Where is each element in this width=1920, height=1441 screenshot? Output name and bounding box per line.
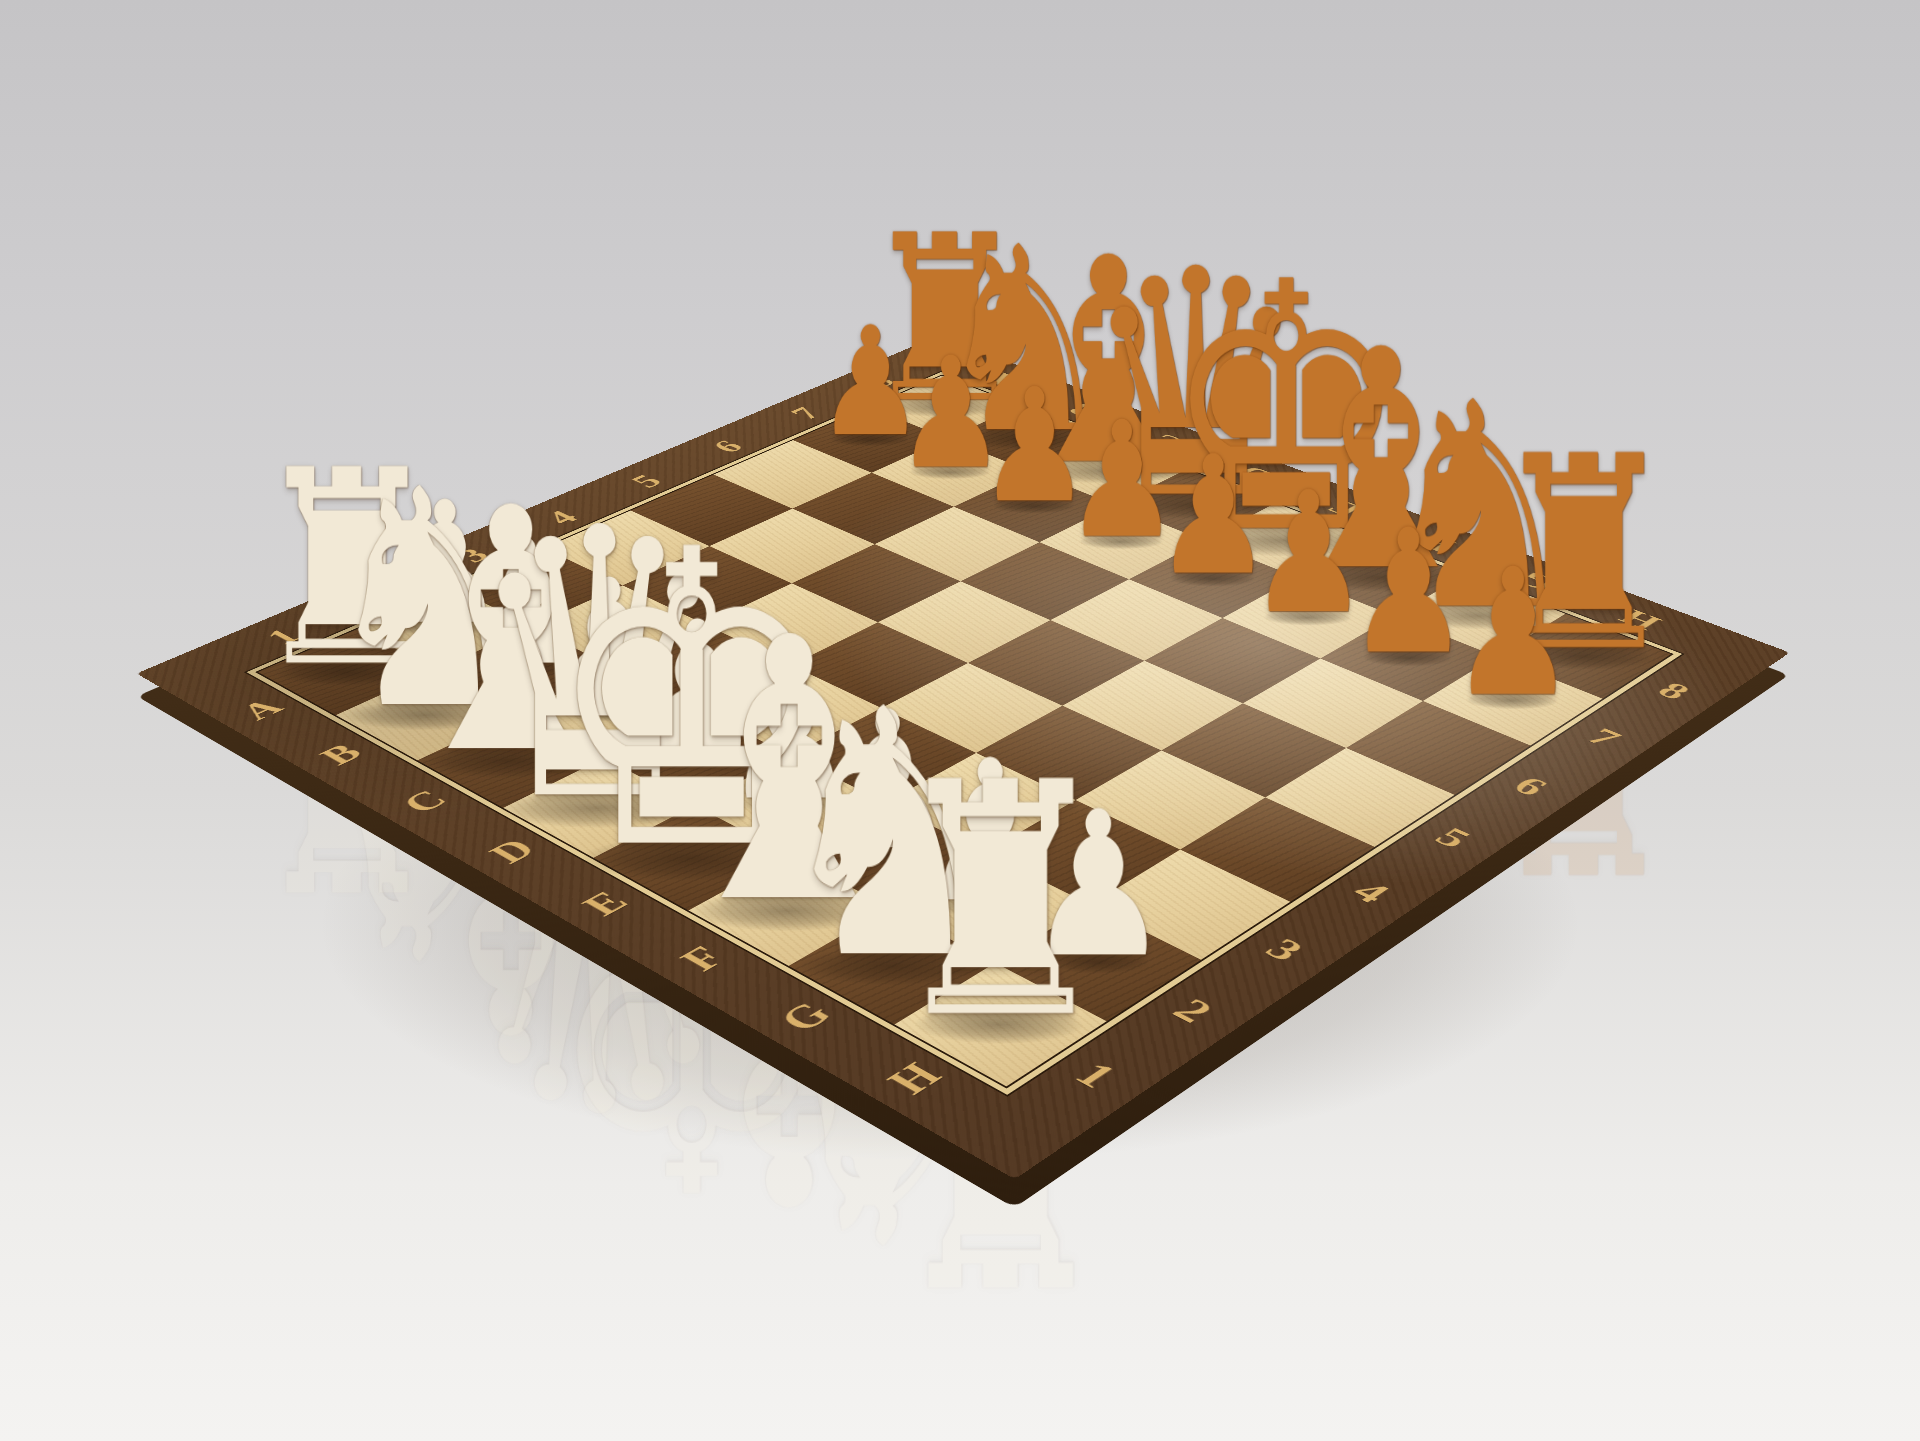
white-rook-icon: ♜: [885, 739, 1116, 1061]
scene: AA11BB22CC33DD44EE55FF66GG77HH88 ♜♜♞♞♝♝♛…: [0, 0, 1920, 1441]
amber-pawn-icon: ♟: [1450, 545, 1576, 721]
rook-reflection: ♜: [885, 1003, 1116, 1325]
chess-board: AA11BB22CC33DD44EE55FF66GG77HH88 ♜♜♞♞♝♝♛…: [136, 335, 1789, 1178]
studio-backdrop: AA11BB22CC33DD44EE55FF66GG77HH88 ♜♜♞♞♝♝♛…: [0, 0, 1920, 1441]
board-face: AA11BB22CC33DD44EE55FF66GG77HH88 ♜♜♞♞♝♝♛…: [136, 335, 1789, 1178]
